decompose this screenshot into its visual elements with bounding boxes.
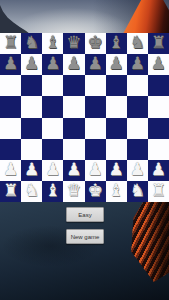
- square-h8[interactable]: ♜: [148, 33, 169, 54]
- white-pawn-piece: ♟: [130, 161, 145, 178]
- black-knight-piece: ♞: [24, 34, 39, 51]
- square-f2[interactable]: ♟: [106, 160, 127, 181]
- white-bishop-piece: ♝: [109, 182, 124, 199]
- square-f3[interactable]: [106, 139, 127, 160]
- square-d8[interactable]: ♛: [63, 33, 84, 54]
- square-g1[interactable]: ♞: [127, 181, 148, 202]
- black-pawn-piece: ♟: [130, 55, 145, 72]
- white-pawn-piece: ♟: [109, 161, 124, 178]
- white-pawn-piece: ♟: [3, 161, 18, 178]
- square-g4[interactable]: [127, 118, 148, 139]
- black-queen-piece: ♛: [66, 34, 81, 51]
- black-rook-piece: ♜: [151, 34, 166, 51]
- square-e2[interactable]: ♟: [85, 160, 106, 181]
- square-b3[interactable]: [21, 139, 42, 160]
- square-d7[interactable]: ♟: [63, 54, 84, 75]
- app-screen: ♜♞♝♛♚♝♞♜♟♟♟♟♟♟♟♟♟♟♟♟♟♟♟♟♜♞♝♛♚♝♞♜ Easy Ne…: [0, 0, 169, 300]
- square-b6[interactable]: [21, 75, 42, 96]
- white-pawn-piece: ♟: [87, 161, 102, 178]
- black-pawn-piece: ♟: [87, 55, 102, 72]
- white-queen-piece: ♛: [66, 182, 81, 199]
- square-h6[interactable]: [148, 75, 169, 96]
- chess-board[interactable]: ♜♞♝♛♚♝♞♜♟♟♟♟♟♟♟♟♟♟♟♟♟♟♟♟♜♞♝♛♚♝♞♜: [0, 33, 169, 202]
- square-b4[interactable]: [21, 118, 42, 139]
- square-d5[interactable]: [63, 96, 84, 117]
- square-h2[interactable]: ♟: [148, 160, 169, 181]
- square-b7[interactable]: ♟: [21, 54, 42, 75]
- square-d1[interactable]: ♛: [63, 181, 84, 202]
- white-king-piece: ♚: [87, 182, 102, 199]
- square-h7[interactable]: ♟: [148, 54, 169, 75]
- square-h4[interactable]: [148, 118, 169, 139]
- white-knight-piece: ♞: [24, 182, 39, 199]
- square-c3[interactable]: [42, 139, 63, 160]
- square-e5[interactable]: [85, 96, 106, 117]
- white-bishop-piece: ♝: [45, 182, 60, 199]
- white-knight-piece: ♞: [130, 182, 145, 199]
- white-pawn-piece: ♟: [45, 161, 60, 178]
- square-c8[interactable]: ♝: [42, 33, 63, 54]
- square-a7[interactable]: ♟: [0, 54, 21, 75]
- square-h1[interactable]: ♜: [148, 181, 169, 202]
- black-pawn-piece: ♟: [151, 55, 166, 72]
- square-b1[interactable]: ♞: [21, 181, 42, 202]
- white-pawn-piece: ♟: [66, 161, 81, 178]
- square-a6[interactable]: [0, 75, 21, 96]
- black-pawn-piece: ♟: [66, 55, 81, 72]
- square-e1[interactable]: ♚: [85, 181, 106, 202]
- black-knight-piece: ♞: [130, 34, 145, 51]
- square-g3[interactable]: [127, 139, 148, 160]
- square-f1[interactable]: ♝: [106, 181, 127, 202]
- square-b8[interactable]: ♞: [21, 33, 42, 54]
- square-a3[interactable]: [0, 139, 21, 160]
- black-pawn-piece: ♟: [24, 55, 39, 72]
- square-d6[interactable]: [63, 75, 84, 96]
- black-bishop-piece: ♝: [45, 34, 60, 51]
- square-h5[interactable]: [148, 96, 169, 117]
- black-bishop-piece: ♝: [109, 34, 124, 51]
- square-g8[interactable]: ♞: [127, 33, 148, 54]
- square-f6[interactable]: [106, 75, 127, 96]
- square-e4[interactable]: [85, 118, 106, 139]
- square-f7[interactable]: ♟: [106, 54, 127, 75]
- white-pawn-piece: ♟: [151, 161, 166, 178]
- square-c4[interactable]: [42, 118, 63, 139]
- black-pawn-piece: ♟: [109, 55, 124, 72]
- square-e8[interactable]: ♚: [85, 33, 106, 54]
- square-e3[interactable]: [85, 139, 106, 160]
- black-rook-piece: ♜: [3, 34, 18, 51]
- square-a4[interactable]: [0, 118, 21, 139]
- square-d3[interactable]: [63, 139, 84, 160]
- square-f8[interactable]: ♝: [106, 33, 127, 54]
- white-pawn-piece: ♟: [24, 161, 39, 178]
- square-f4[interactable]: [106, 118, 127, 139]
- square-b2[interactable]: ♟: [21, 160, 42, 181]
- square-a1[interactable]: ♜: [0, 181, 21, 202]
- square-d4[interactable]: [63, 118, 84, 139]
- square-d2[interactable]: ♟: [63, 160, 84, 181]
- square-g2[interactable]: ♟: [127, 160, 148, 181]
- square-h3[interactable]: [148, 139, 169, 160]
- square-f5[interactable]: [106, 96, 127, 117]
- square-c7[interactable]: ♟: [42, 54, 63, 75]
- new-game-button[interactable]: New game: [66, 229, 104, 244]
- square-e6[interactable]: [85, 75, 106, 96]
- square-c6[interactable]: [42, 75, 63, 96]
- square-e7[interactable]: ♟: [85, 54, 106, 75]
- square-b5[interactable]: [21, 96, 42, 117]
- square-c2[interactable]: ♟: [42, 160, 63, 181]
- square-c1[interactable]: ♝: [42, 181, 63, 202]
- square-g6[interactable]: [127, 75, 148, 96]
- square-c5[interactable]: [42, 96, 63, 117]
- white-rook-piece: ♜: [3, 182, 18, 199]
- square-g5[interactable]: [127, 96, 148, 117]
- white-rook-piece: ♜: [151, 182, 166, 199]
- square-g7[interactable]: ♟: [127, 54, 148, 75]
- black-pawn-piece: ♟: [45, 55, 60, 72]
- square-a5[interactable]: [0, 96, 21, 117]
- easy-button[interactable]: Easy: [66, 207, 104, 222]
- black-pawn-piece: ♟: [3, 55, 18, 72]
- square-a2[interactable]: ♟: [0, 160, 21, 181]
- square-a8[interactable]: ♜: [0, 33, 21, 54]
- black-king-piece: ♚: [87, 34, 102, 51]
